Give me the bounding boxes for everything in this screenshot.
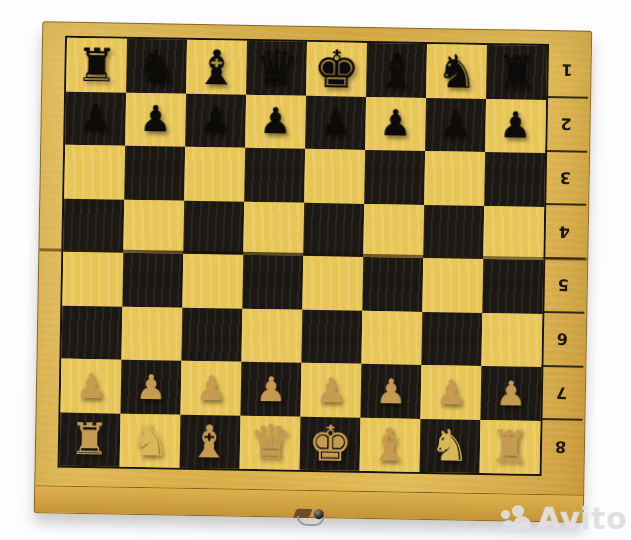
black-king[interactable]: ♚ bbox=[313, 43, 361, 96]
square-c3[interactable] bbox=[184, 147, 245, 202]
square-b6[interactable] bbox=[121, 306, 182, 361]
black-pawn[interactable]: ♟ bbox=[499, 107, 532, 144]
square-d4[interactable] bbox=[243, 201, 304, 256]
black-knight[interactable]: ♞ bbox=[436, 48, 478, 95]
square-e4[interactable] bbox=[303, 202, 364, 257]
square-h6[interactable] bbox=[481, 312, 542, 367]
square-e7[interactable]: ♟ bbox=[300, 363, 361, 418]
white-pawn[interactable]: ♟ bbox=[255, 372, 286, 407]
square-a6[interactable] bbox=[61, 305, 122, 360]
square-f4[interactable] bbox=[363, 203, 424, 258]
white-pawn[interactable]: ♟ bbox=[435, 375, 466, 410]
white-queen[interactable]: ♛ bbox=[248, 418, 291, 466]
square-g1[interactable]: ♞ bbox=[426, 44, 487, 99]
square-e6[interactable] bbox=[301, 309, 362, 364]
square-d3[interactable] bbox=[244, 148, 305, 203]
black-rook[interactable]: ♜ bbox=[76, 42, 118, 89]
square-a8[interactable]: ♜ bbox=[60, 412, 121, 467]
square-h1[interactable]: ♜ bbox=[486, 45, 547, 100]
square-d7[interactable]: ♟ bbox=[240, 362, 301, 417]
square-g8[interactable]: ♞ bbox=[420, 418, 481, 473]
square-b7[interactable]: ♟ bbox=[121, 360, 182, 415]
black-queen[interactable]: ♛ bbox=[254, 43, 300, 94]
black-pawn[interactable]: ♟ bbox=[259, 103, 292, 140]
black-pawn[interactable]: ♟ bbox=[139, 101, 172, 138]
photo-background: ♜♞♝♛♚♝♞♜♟♟♟♟♟♟♟♟♟♟♟♟♟♟♟♟♜♞♝♛♚♝♞♜ 1234567… bbox=[0, 0, 631, 540]
rank-label-6: 6 bbox=[541, 313, 584, 367]
square-d6[interactable] bbox=[241, 308, 302, 363]
black-pawn[interactable]: ♟ bbox=[199, 102, 232, 139]
black-knight[interactable]: ♞ bbox=[136, 43, 178, 90]
black-pawn[interactable]: ♟ bbox=[379, 105, 412, 142]
square-f5[interactable] bbox=[362, 257, 423, 312]
square-a5[interactable] bbox=[62, 252, 123, 307]
white-bishop[interactable]: ♝ bbox=[189, 418, 231, 464]
clasp-wire bbox=[296, 516, 324, 526]
square-d2[interactable]: ♟ bbox=[245, 94, 306, 149]
white-knight[interactable]: ♞ bbox=[430, 423, 470, 467]
square-f3[interactable] bbox=[364, 150, 425, 205]
white-pawn[interactable]: ♟ bbox=[195, 371, 226, 406]
square-b3[interactable] bbox=[124, 146, 185, 201]
square-h3[interactable] bbox=[484, 152, 545, 207]
square-c1[interactable]: ♝ bbox=[186, 40, 247, 95]
square-d1[interactable]: ♛ bbox=[246, 41, 307, 96]
square-c2[interactable]: ♟ bbox=[185, 93, 246, 148]
square-g3[interactable] bbox=[424, 151, 485, 206]
white-pawn[interactable]: ♟ bbox=[375, 374, 406, 409]
square-d8[interactable]: ♛ bbox=[240, 415, 301, 470]
white-pawn[interactable]: ♟ bbox=[315, 373, 346, 408]
rank-label-8: 8 bbox=[540, 420, 583, 472]
square-b1[interactable]: ♞ bbox=[126, 39, 187, 94]
square-a2[interactable]: ♟ bbox=[65, 91, 126, 146]
white-rook[interactable]: ♜ bbox=[70, 417, 110, 461]
white-knight[interactable]: ♞ bbox=[130, 418, 170, 462]
square-c7[interactable]: ♟ bbox=[180, 361, 241, 416]
square-a3[interactable] bbox=[64, 145, 125, 200]
avito-watermark: Avito bbox=[500, 501, 627, 536]
square-g4[interactable] bbox=[423, 204, 484, 259]
black-bishop[interactable]: ♝ bbox=[195, 43, 239, 92]
square-c5[interactable] bbox=[182, 254, 243, 309]
square-e5[interactable] bbox=[302, 256, 363, 311]
black-pawn[interactable]: ♟ bbox=[439, 106, 472, 143]
square-e3[interactable] bbox=[304, 149, 365, 204]
black-pawn[interactable]: ♟ bbox=[319, 104, 352, 141]
black-pawn[interactable]: ♟ bbox=[79, 100, 112, 137]
rank-label-5: 5 bbox=[542, 259, 585, 313]
square-f7[interactable]: ♟ bbox=[360, 364, 421, 419]
avito-logo-icon bbox=[500, 503, 532, 535]
white-rook[interactable]: ♜ bbox=[490, 425, 530, 469]
square-h8[interactable]: ♜ bbox=[480, 419, 541, 474]
square-b4[interactable] bbox=[123, 199, 184, 254]
square-g5[interactable] bbox=[422, 258, 483, 313]
square-a4[interactable] bbox=[63, 198, 124, 253]
white-bishop[interactable]: ♝ bbox=[369, 421, 411, 467]
rank-label-3: 3 bbox=[544, 152, 587, 206]
square-b2[interactable]: ♟ bbox=[125, 92, 186, 147]
square-d5[interactable] bbox=[242, 255, 303, 310]
chess-board: ♜♞♝♛♚♝♞♜♟♟♟♟♟♟♟♟♟♟♟♟♟♟♟♟♜♞♝♛♚♝♞♜ 1234567… bbox=[34, 21, 593, 523]
square-f2[interactable]: ♟ bbox=[365, 96, 426, 151]
square-h2[interactable]: ♟ bbox=[485, 98, 546, 153]
clasp-icon[interactable] bbox=[292, 509, 332, 526]
square-b5[interactable] bbox=[122, 253, 183, 308]
square-g7[interactable]: ♟ bbox=[420, 365, 481, 420]
square-g6[interactable] bbox=[421, 311, 482, 366]
white-pawn[interactable]: ♟ bbox=[495, 376, 526, 411]
square-f1[interactable]: ♝ bbox=[366, 43, 427, 98]
square-c6[interactable] bbox=[181, 307, 242, 362]
square-e1[interactable]: ♚ bbox=[306, 42, 367, 97]
rank-label-7: 7 bbox=[540, 367, 583, 421]
watermark-text: Avito bbox=[538, 501, 627, 536]
black-bishop[interactable]: ♝ bbox=[375, 46, 419, 95]
white-king[interactable]: ♚ bbox=[307, 418, 352, 468]
square-f8[interactable]: ♝ bbox=[360, 417, 421, 472]
square-a1[interactable]: ♜ bbox=[66, 38, 127, 93]
square-b8[interactable]: ♞ bbox=[120, 413, 181, 468]
white-pawn[interactable]: ♟ bbox=[75, 369, 106, 404]
square-c8[interactable]: ♝ bbox=[180, 414, 241, 469]
square-h4[interactable] bbox=[483, 205, 544, 260]
square-h7[interactable]: ♟ bbox=[480, 366, 541, 421]
square-e8[interactable]: ♚ bbox=[300, 416, 361, 471]
rank-label-2: 2 bbox=[545, 98, 588, 152]
square-c4[interactable] bbox=[183, 200, 244, 255]
white-pawn[interactable]: ♟ bbox=[135, 370, 166, 405]
square-a7[interactable]: ♟ bbox=[61, 359, 122, 414]
square-e2[interactable]: ♟ bbox=[305, 95, 366, 150]
rank-label-1: 1 bbox=[546, 44, 589, 98]
rank-label-4: 4 bbox=[543, 205, 586, 259]
black-rook[interactable]: ♜ bbox=[495, 49, 537, 96]
square-g2[interactable]: ♟ bbox=[425, 97, 486, 152]
square-h5[interactable] bbox=[482, 259, 543, 314]
square-f6[interactable] bbox=[361, 310, 422, 365]
